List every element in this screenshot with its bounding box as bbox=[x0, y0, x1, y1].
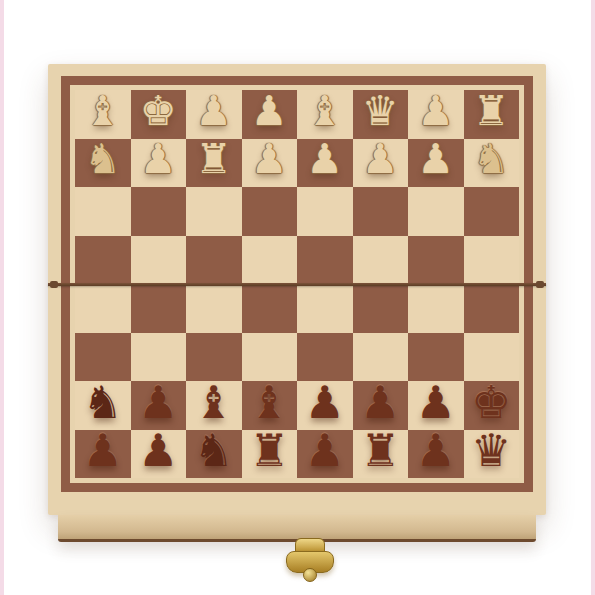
photo-edge-tint-right bbox=[591, 0, 595, 595]
square-d5 bbox=[242, 236, 298, 285]
square-g1: ♟ bbox=[408, 430, 464, 479]
dark-queen-h1: ♛ bbox=[471, 428, 511, 473]
square-d2: ♝ bbox=[242, 381, 298, 430]
square-a8: ♝ bbox=[75, 90, 131, 139]
square-e2: ♟ bbox=[297, 381, 353, 430]
square-b5 bbox=[131, 236, 187, 285]
square-d1: ♜ bbox=[242, 430, 298, 479]
square-g6 bbox=[408, 187, 464, 236]
square-f2: ♟ bbox=[353, 381, 409, 430]
square-b7: ♟ bbox=[131, 139, 187, 188]
dark-pawn-f2: ♟ bbox=[360, 380, 400, 425]
light-bishop-e8: ♝ bbox=[306, 91, 343, 132]
square-e6 bbox=[297, 187, 353, 236]
square-b3 bbox=[131, 333, 187, 382]
light-pawn-c8: ♟ bbox=[195, 91, 232, 132]
square-a2: ♞ bbox=[75, 381, 131, 430]
square-e3 bbox=[297, 333, 353, 382]
square-b6 bbox=[131, 187, 187, 236]
square-g8: ♟ bbox=[408, 90, 464, 139]
dark-knight-c1: ♞ bbox=[194, 428, 234, 473]
square-d8: ♟ bbox=[242, 90, 298, 139]
square-f5 bbox=[353, 236, 409, 285]
light-pawn-d7: ♟ bbox=[251, 139, 288, 180]
square-e8: ♝ bbox=[297, 90, 353, 139]
square-c4 bbox=[186, 284, 242, 333]
square-h2: ♚ bbox=[464, 381, 520, 430]
dark-pawn-e2: ♟ bbox=[305, 380, 345, 425]
dark-bishop-d2: ♝ bbox=[249, 380, 289, 425]
square-f7: ♟ bbox=[353, 139, 409, 188]
light-pawn-b7: ♟ bbox=[140, 139, 177, 180]
square-d3 bbox=[242, 333, 298, 382]
square-f1: ♜ bbox=[353, 430, 409, 479]
dark-king-h2: ♚ bbox=[471, 380, 511, 425]
square-c6 bbox=[186, 187, 242, 236]
square-h4 bbox=[464, 284, 520, 333]
square-f4 bbox=[353, 284, 409, 333]
square-h7: ♞ bbox=[464, 139, 520, 188]
square-b1: ♟ bbox=[131, 430, 187, 479]
light-king-b8: ♚ bbox=[140, 91, 177, 132]
square-h5 bbox=[464, 236, 520, 285]
square-h6 bbox=[464, 187, 520, 236]
light-pawn-f7: ♟ bbox=[362, 139, 399, 180]
dark-pawn-g2: ♟ bbox=[416, 380, 456, 425]
dark-pawn-b1: ♟ bbox=[138, 428, 178, 473]
square-h8: ♜ bbox=[464, 90, 520, 139]
square-h3 bbox=[464, 333, 520, 382]
square-c8: ♟ bbox=[186, 90, 242, 139]
dark-pawn-g1: ♟ bbox=[416, 428, 456, 473]
brass-latch bbox=[283, 538, 337, 588]
square-d7: ♟ bbox=[242, 139, 298, 188]
square-c2: ♝ bbox=[186, 381, 242, 430]
square-a7: ♞ bbox=[75, 139, 131, 188]
square-a6 bbox=[75, 187, 131, 236]
light-pawn-d8: ♟ bbox=[251, 91, 288, 132]
square-c5 bbox=[186, 236, 242, 285]
square-b4 bbox=[131, 284, 187, 333]
light-bishop-a8: ♝ bbox=[84, 91, 121, 132]
latch-knob bbox=[303, 568, 317, 582]
light-queen-f8: ♛ bbox=[362, 91, 399, 132]
square-g4 bbox=[408, 284, 464, 333]
light-pawn-g8: ♟ bbox=[417, 91, 454, 132]
square-g5 bbox=[408, 236, 464, 285]
light-pawn-g7: ♟ bbox=[417, 139, 454, 180]
square-c3 bbox=[186, 333, 242, 382]
chess-board: ♝♚♟♟♝♛♟♜♞♟♜♟♟♟♟♞♞♟♝♝♟♟♟♚♟♟♞♜♟♜♟♛ bbox=[48, 64, 546, 515]
light-rook-c7: ♜ bbox=[195, 139, 232, 180]
square-a4 bbox=[75, 284, 131, 333]
square-e7: ♟ bbox=[297, 139, 353, 188]
square-g7: ♟ bbox=[408, 139, 464, 188]
light-pawn-e7: ♟ bbox=[306, 139, 343, 180]
light-knight-a7: ♞ bbox=[84, 139, 121, 180]
dark-rook-d1: ♜ bbox=[249, 428, 289, 473]
square-b8: ♚ bbox=[131, 90, 187, 139]
square-f6 bbox=[353, 187, 409, 236]
dark-pawn-e1: ♟ bbox=[305, 428, 345, 473]
dark-knight-a2: ♞ bbox=[83, 380, 123, 425]
square-e4 bbox=[297, 284, 353, 333]
photo-edge-tint-left bbox=[0, 0, 4, 595]
dark-pawn-b2: ♟ bbox=[138, 380, 178, 425]
square-d6 bbox=[242, 187, 298, 236]
square-b2: ♟ bbox=[131, 381, 187, 430]
square-c1: ♞ bbox=[186, 430, 242, 479]
square-d4 bbox=[242, 284, 298, 333]
dark-pawn-a1: ♟ bbox=[83, 428, 123, 473]
square-a1: ♟ bbox=[75, 430, 131, 479]
board-fold-line bbox=[48, 283, 546, 286]
square-e5 bbox=[297, 236, 353, 285]
square-f8: ♛ bbox=[353, 90, 409, 139]
square-h1: ♛ bbox=[464, 430, 520, 479]
dark-bishop-c2: ♝ bbox=[194, 380, 234, 425]
square-a3 bbox=[75, 333, 131, 382]
light-knight-h7: ♞ bbox=[473, 139, 510, 180]
dark-rook-f1: ♜ bbox=[360, 428, 400, 473]
square-g2: ♟ bbox=[408, 381, 464, 430]
square-e1: ♟ bbox=[297, 430, 353, 479]
square-f3 bbox=[353, 333, 409, 382]
square-g3 bbox=[408, 333, 464, 382]
square-c7: ♜ bbox=[186, 139, 242, 188]
light-rook-h8: ♜ bbox=[473, 91, 510, 132]
square-a5 bbox=[75, 236, 131, 285]
